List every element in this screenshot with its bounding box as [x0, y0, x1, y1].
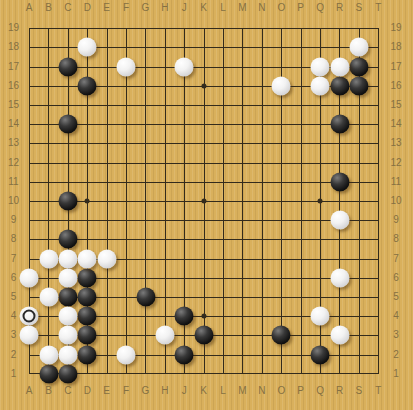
white-stone-q16 [311, 76, 330, 95]
col-label-bottom-r: R [336, 386, 343, 396]
black-stone-o3 [272, 326, 291, 345]
black-stone-c5 [58, 288, 77, 307]
grid-line [30, 220, 378, 221]
col-label-bottom-e: E [103, 386, 110, 396]
white-stone-h3 [155, 326, 174, 345]
black-stone-d16 [78, 76, 97, 95]
black-stone-b1 [39, 364, 58, 383]
col-label-top-q: Q [316, 3, 324, 13]
row-label-right-6: 6 [393, 273, 399, 283]
black-stone-g5 [136, 288, 155, 307]
col-label-top-k: K [200, 3, 207, 13]
row-label-left-10: 10 [8, 196, 19, 206]
white-stone-q4 [311, 307, 330, 326]
black-stone-r16 [330, 76, 349, 95]
star-point-k10 [201, 199, 206, 204]
black-stone-d5 [78, 288, 97, 307]
col-label-top-c: C [64, 3, 71, 13]
col-label-bottom-c: C [64, 386, 71, 396]
col-label-top-h: H [161, 3, 168, 13]
row-label-left-8: 8 [11, 234, 17, 244]
white-stone-c6 [58, 268, 77, 287]
col-label-bottom-q: Q [316, 386, 324, 396]
row-label-right-9: 9 [393, 215, 399, 225]
white-stone-r17 [330, 57, 349, 76]
black-stone-j2 [175, 345, 194, 364]
row-label-right-7: 7 [393, 254, 399, 264]
col-label-bottom-h: H [161, 386, 168, 396]
row-label-left-9: 9 [11, 215, 17, 225]
row-label-right-5: 5 [393, 292, 399, 302]
row-label-right-1: 1 [393, 369, 399, 379]
black-stone-s17 [349, 57, 368, 76]
black-stone-c14 [58, 115, 77, 134]
grid-line [242, 29, 243, 374]
grid-line [30, 239, 378, 240]
col-label-top-n: N [258, 3, 265, 13]
col-label-bottom-m: M [238, 386, 246, 396]
white-stone-o16 [272, 76, 291, 95]
row-label-left-16: 16 [8, 81, 19, 91]
col-label-top-l: L [220, 3, 226, 13]
col-label-top-t: T [375, 3, 381, 13]
white-stone-d7 [78, 249, 97, 268]
col-label-bottom-j: J [182, 386, 187, 396]
col-label-bottom-d: D [84, 386, 91, 396]
black-stone-s16 [349, 76, 368, 95]
black-stone-d4 [78, 307, 97, 326]
row-label-left-17: 17 [8, 62, 19, 72]
col-label-top-d: D [84, 3, 91, 13]
row-label-right-16: 16 [390, 81, 401, 91]
row-label-right-12: 12 [390, 158, 401, 168]
grid-line [301, 29, 302, 374]
row-label-left-11: 11 [8, 177, 18, 187]
col-label-bottom-f: F [123, 386, 129, 396]
row-label-left-1: 1 [11, 369, 17, 379]
white-stone-b5 [39, 288, 58, 307]
col-label-bottom-g: G [142, 386, 150, 396]
star-point-k16 [201, 83, 206, 88]
white-stone-a3 [20, 326, 39, 345]
white-stone-d18 [78, 38, 97, 57]
row-label-right-2: 2 [393, 350, 399, 360]
white-stone-r9 [330, 211, 349, 230]
white-stone-e7 [97, 249, 116, 268]
row-label-right-14: 14 [390, 119, 401, 129]
row-label-left-5: 5 [11, 292, 17, 302]
row-label-right-8: 8 [393, 234, 399, 244]
col-label-top-m: M [238, 3, 246, 13]
white-stone-s18 [349, 38, 368, 57]
row-label-left-12: 12 [8, 158, 19, 168]
col-label-bottom-n: N [258, 386, 265, 396]
white-stone-f2 [117, 345, 136, 364]
col-label-top-b: B [45, 3, 52, 13]
white-stone-r6 [330, 268, 349, 287]
black-stone-c10 [58, 192, 77, 211]
black-stone-d2 [78, 345, 97, 364]
row-label-left-2: 2 [11, 350, 17, 360]
row-label-right-10: 10 [390, 196, 401, 206]
white-stone-c4 [58, 307, 77, 326]
black-stone-r14 [330, 115, 349, 134]
star-point-k4 [201, 314, 206, 319]
row-label-left-15: 15 [8, 100, 19, 110]
black-stone-c17 [58, 57, 77, 76]
black-stone-d6 [78, 268, 97, 287]
black-stone-r11 [330, 172, 349, 191]
star-point-q10 [318, 199, 323, 204]
white-stone-a6 [20, 268, 39, 287]
black-stone-q2 [311, 345, 330, 364]
col-label-top-j: J [182, 3, 187, 13]
col-label-bottom-k: K [200, 386, 207, 396]
black-stone-c8 [58, 230, 77, 249]
white-stone-c7 [58, 249, 77, 268]
row-label-right-17: 17 [390, 62, 401, 72]
col-label-top-s: S [356, 3, 363, 13]
col-label-bottom-s: S [356, 386, 363, 396]
white-stone-j17 [175, 57, 194, 76]
row-label-right-19: 19 [390, 23, 401, 33]
col-label-bottom-o: O [277, 386, 285, 396]
col-label-top-p: P [297, 3, 304, 13]
go-board[interactable]: AABBCCDDEEFFGGHHJJKKLLMMNNOOPPQQRRSSTT19… [0, 0, 413, 410]
col-label-top-a: A [26, 3, 33, 13]
star-point-d10 [85, 199, 90, 204]
grid-line [262, 29, 263, 374]
col-label-top-r: R [336, 3, 343, 13]
white-stone-b7 [39, 249, 58, 268]
col-label-bottom-p: P [297, 386, 304, 396]
col-label-bottom-a: A [26, 386, 33, 396]
col-label-bottom-b: B [45, 386, 52, 396]
row-label-right-18: 18 [390, 42, 401, 52]
col-label-bottom-l: L [220, 386, 226, 396]
row-label-left-4: 4 [11, 311, 17, 321]
row-label-left-3: 3 [11, 330, 17, 340]
row-label-left-14: 14 [8, 119, 19, 129]
black-stone-d3 [78, 326, 97, 345]
white-stone-f17 [117, 57, 136, 76]
black-stone-j4 [175, 307, 194, 326]
black-stone-c1 [58, 364, 77, 383]
row-label-right-13: 13 [390, 138, 401, 148]
row-label-right-3: 3 [393, 330, 399, 340]
last-move-marker [23, 310, 36, 323]
col-label-top-e: E [103, 3, 110, 13]
white-stone-q17 [311, 57, 330, 76]
row-label-left-13: 13 [8, 138, 19, 148]
row-label-left-6: 6 [11, 273, 17, 283]
col-label-top-o: O [277, 3, 285, 13]
white-stone-c2 [58, 345, 77, 364]
black-stone-k3 [194, 326, 213, 345]
col-label-top-f: F [123, 3, 129, 13]
white-stone-r3 [330, 326, 349, 345]
col-label-top-g: G [142, 3, 150, 13]
grid-line [223, 29, 224, 374]
row-label-right-4: 4 [393, 311, 399, 321]
col-label-bottom-t: T [375, 386, 381, 396]
row-label-left-19: 19 [8, 23, 19, 33]
row-label-left-7: 7 [11, 254, 17, 264]
row-label-left-18: 18 [8, 42, 19, 52]
row-label-right-11: 11 [391, 177, 401, 187]
white-stone-c3 [58, 326, 77, 345]
row-label-right-15: 15 [390, 100, 401, 110]
white-stone-b2 [39, 345, 58, 364]
